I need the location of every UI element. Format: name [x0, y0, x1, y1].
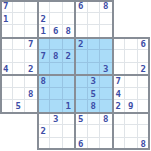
box-border-line [0, 112, 150, 114]
cell-r5c10[interactable] [113, 50, 126, 63]
cell-r2c5[interactable] [50, 13, 63, 26]
sudoku-board: 76812168726782423283785451829358268 [0, 0, 150, 150]
cell-r4c7[interactable]: 2 [75, 38, 88, 51]
cell-r2c4[interactable]: 2 [38, 13, 51, 26]
cell-r7c4[interactable]: 8 [38, 75, 51, 88]
cell-r8c5[interactable] [50, 88, 63, 101]
cell-r8c7[interactable] [75, 88, 88, 101]
cell-r7c11[interactable] [125, 75, 138, 88]
cell-r4c11[interactable] [125, 38, 138, 51]
cell-r5c11[interactable] [125, 50, 138, 63]
cell-r2c7[interactable] [75, 13, 88, 26]
cell-r8c4[interactable] [38, 88, 51, 101]
box-border-line [0, 0, 114, 2]
cell-r10c7[interactable]: 5 [75, 113, 88, 126]
cell-r11c11[interactable] [125, 125, 138, 138]
cell-r8c11[interactable] [125, 88, 138, 101]
cell-r4c5[interactable] [50, 38, 63, 51]
cell-r5c7[interactable] [75, 50, 88, 63]
box-border-line [148, 37, 150, 151]
cell-r5c4[interactable]: 7 [38, 50, 51, 63]
cell-r11c8[interactable] [88, 125, 101, 138]
cell-r7c7[interactable] [75, 75, 88, 88]
cell-r7c2[interactable] [13, 75, 26, 88]
cell-r10c11[interactable] [125, 113, 138, 126]
cell-r2c2[interactable] [13, 13, 26, 26]
box-border-line [37, 148, 151, 150]
cell-r10c8[interactable] [88, 113, 101, 126]
cell-r10c4[interactable] [38, 113, 51, 126]
cell-r7c8[interactable]: 3 [88, 75, 101, 88]
cell-r10c5[interactable]: 3 [50, 113, 63, 126]
cell-r2c8[interactable] [88, 13, 101, 26]
cell-r4c2[interactable] [13, 38, 26, 51]
cell-r5c5[interactable]: 8 [50, 50, 63, 63]
cell-r11c7[interactable] [75, 125, 88, 138]
box-border-line [0, 74, 150, 76]
cell-r11c10[interactable] [113, 125, 126, 138]
cell-r8c8[interactable]: 5 [88, 88, 101, 101]
cell-r11c4[interactable]: 2 [38, 125, 51, 138]
cell-r8c2[interactable] [13, 88, 26, 101]
cell-r5c8[interactable] [88, 50, 101, 63]
cell-r4c8[interactable] [88, 38, 101, 51]
cell-r5c2[interactable] [13, 50, 26, 63]
box-border-line [0, 0, 2, 114]
cell-r8c10[interactable]: 4 [113, 88, 126, 101]
box-border-line [0, 37, 150, 39]
cell-r7c10[interactable]: 7 [113, 75, 126, 88]
cell-r10c10[interactable] [113, 113, 126, 126]
cell-r4c10[interactable] [113, 38, 126, 51]
cell-r11c5[interactable] [50, 125, 63, 138]
cell-r7c5[interactable] [50, 75, 63, 88]
cell-r4c4[interactable] [38, 38, 51, 51]
